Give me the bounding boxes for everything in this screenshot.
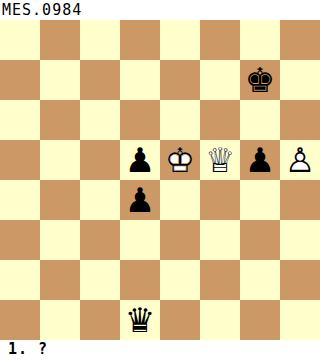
square-h2[interactable] bbox=[280, 260, 320, 300]
square-d3[interactable] bbox=[120, 220, 160, 260]
square-h3[interactable] bbox=[280, 220, 320, 260]
square-b5[interactable] bbox=[40, 140, 80, 180]
white-queen: ♕ bbox=[200, 140, 240, 180]
puzzle-id-title: MES.0984 bbox=[2, 1, 82, 19]
black-pawn: ♟ bbox=[120, 180, 160, 220]
white-queen-fill: ♛ bbox=[200, 140, 240, 180]
square-a7[interactable] bbox=[0, 60, 40, 100]
square-e7[interactable] bbox=[160, 60, 200, 100]
square-d8[interactable] bbox=[120, 20, 160, 60]
square-f7[interactable] bbox=[200, 60, 240, 100]
square-g8[interactable] bbox=[240, 20, 280, 60]
square-a8[interactable] bbox=[0, 20, 40, 60]
square-a6[interactable] bbox=[0, 100, 40, 140]
square-g3[interactable] bbox=[240, 220, 280, 260]
square-d2[interactable] bbox=[120, 260, 160, 300]
square-d4[interactable]: ♟ bbox=[120, 180, 160, 220]
square-e4[interactable] bbox=[160, 180, 200, 220]
white-king-fill: ♚ bbox=[160, 140, 200, 180]
square-h6[interactable] bbox=[280, 100, 320, 140]
square-c3[interactable] bbox=[80, 220, 120, 260]
square-b7[interactable] bbox=[40, 60, 80, 100]
square-e2[interactable] bbox=[160, 260, 200, 300]
square-h7[interactable] bbox=[280, 60, 320, 100]
white-king: ♔ bbox=[160, 140, 200, 180]
square-c8[interactable] bbox=[80, 20, 120, 60]
square-e3[interactable] bbox=[160, 220, 200, 260]
square-b8[interactable] bbox=[40, 20, 80, 60]
square-a1[interactable] bbox=[0, 300, 40, 340]
square-b3[interactable] bbox=[40, 220, 80, 260]
square-e5[interactable]: ♚♔ bbox=[160, 140, 200, 180]
square-d6[interactable] bbox=[120, 100, 160, 140]
white-pawn-fill: ♟ bbox=[280, 140, 320, 180]
square-c4[interactable] bbox=[80, 180, 120, 220]
square-b1[interactable] bbox=[40, 300, 80, 340]
square-g7[interactable]: ♚ bbox=[240, 60, 280, 100]
black-pawn: ♟ bbox=[120, 140, 160, 180]
square-a4[interactable] bbox=[0, 180, 40, 220]
square-d1[interactable]: ♛ bbox=[120, 300, 160, 340]
square-c7[interactable] bbox=[80, 60, 120, 100]
square-f3[interactable] bbox=[200, 220, 240, 260]
square-g5[interactable]: ♟ bbox=[240, 140, 280, 180]
square-c1[interactable] bbox=[80, 300, 120, 340]
square-f1[interactable] bbox=[200, 300, 240, 340]
square-f2[interactable] bbox=[200, 260, 240, 300]
square-f5[interactable]: ♛♕ bbox=[200, 140, 240, 180]
square-h1[interactable] bbox=[280, 300, 320, 340]
black-king: ♚ bbox=[240, 60, 280, 100]
square-a2[interactable] bbox=[0, 260, 40, 300]
chess-puzzle-page: MES.0984 ♚♟♚♔♛♕♟♟♙♟♛ 1. ? bbox=[0, 0, 320, 360]
black-queen: ♛ bbox=[120, 300, 160, 340]
square-b6[interactable] bbox=[40, 100, 80, 140]
square-c5[interactable] bbox=[80, 140, 120, 180]
square-a5[interactable] bbox=[0, 140, 40, 180]
square-e6[interactable] bbox=[160, 100, 200, 140]
black-pawn: ♟ bbox=[240, 140, 280, 180]
square-c6[interactable] bbox=[80, 100, 120, 140]
square-g6[interactable] bbox=[240, 100, 280, 140]
square-g2[interactable] bbox=[240, 260, 280, 300]
square-f8[interactable] bbox=[200, 20, 240, 60]
square-f4[interactable] bbox=[200, 180, 240, 220]
square-f6[interactable] bbox=[200, 100, 240, 140]
square-a3[interactable] bbox=[0, 220, 40, 260]
square-h8[interactable] bbox=[280, 20, 320, 60]
white-pawn: ♙ bbox=[280, 140, 320, 180]
square-d7[interactable] bbox=[120, 60, 160, 100]
square-c2[interactable] bbox=[80, 260, 120, 300]
chess-board: ♚♟♚♔♛♕♟♟♙♟♛ bbox=[0, 20, 320, 340]
square-g1[interactable] bbox=[240, 300, 280, 340]
square-e1[interactable] bbox=[160, 300, 200, 340]
square-b2[interactable] bbox=[40, 260, 80, 300]
square-h4[interactable] bbox=[280, 180, 320, 220]
move-prompt: 1. ? bbox=[8, 340, 48, 358]
square-b4[interactable] bbox=[40, 180, 80, 220]
square-e8[interactable] bbox=[160, 20, 200, 60]
square-h5[interactable]: ♟♙ bbox=[280, 140, 320, 180]
square-d5[interactable]: ♟ bbox=[120, 140, 160, 180]
square-g4[interactable] bbox=[240, 180, 280, 220]
